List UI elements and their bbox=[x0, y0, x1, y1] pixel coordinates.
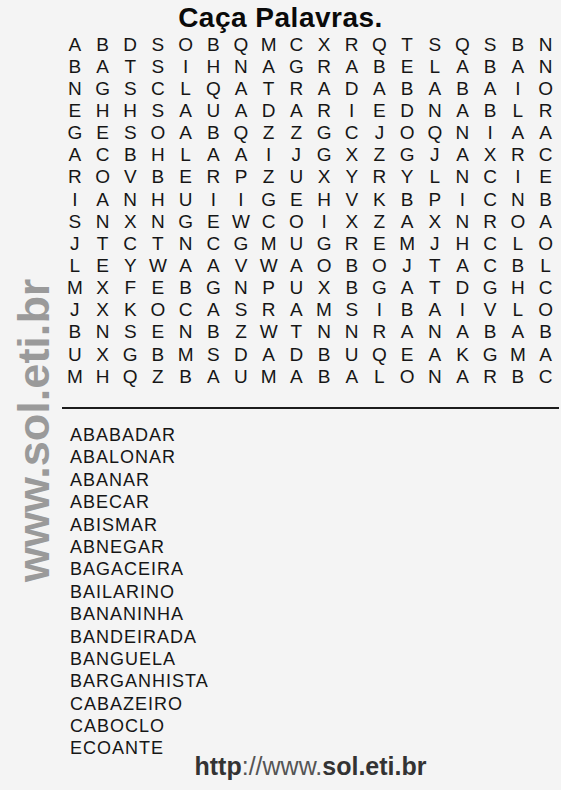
grid-cell-r6c4: H bbox=[144, 144, 172, 166]
grid-cell-r13c4: O bbox=[144, 299, 172, 321]
grid-cell-r11c10: O bbox=[310, 254, 338, 276]
grid-cell-r13c9: A bbox=[283, 299, 311, 321]
grid-cell-r13c7: S bbox=[227, 299, 255, 321]
grid-cell-r9c13: A bbox=[393, 210, 421, 232]
grid-cell-r5c8: Z bbox=[255, 122, 283, 144]
grid-cell-r9c18: A bbox=[532, 210, 560, 232]
grid-cell-r11c14: T bbox=[421, 254, 449, 276]
side-watermark: www.sol.eti.br bbox=[8, 279, 60, 582]
grid-cell-r7c16: C bbox=[476, 166, 504, 188]
grid-cell-r9c1: S bbox=[61, 210, 89, 232]
grid-cell-r7c6: R bbox=[199, 166, 227, 188]
grid-cell-r1c7: Q bbox=[227, 33, 255, 55]
grid-cell-r13c1: J bbox=[61, 299, 89, 321]
footer-url: http://www.sol.eti.br bbox=[62, 752, 559, 781]
grid-cell-r3c18: O bbox=[532, 77, 560, 99]
grid-cell-r13c18: O bbox=[532, 299, 560, 321]
grid-cell-r1c9: C bbox=[283, 33, 311, 55]
grid-cell-r8c12: K bbox=[366, 188, 394, 210]
grid-cell-r8c5: U bbox=[172, 188, 200, 210]
grid-cell-r1c6: B bbox=[199, 33, 227, 55]
grid-cell-r4c2: H bbox=[89, 99, 117, 121]
grid-cell-r16c2: H bbox=[89, 365, 117, 387]
grid-cell-r2c10: R bbox=[310, 55, 338, 77]
grid-cell-r4c14: N bbox=[421, 99, 449, 121]
word-list-item: ABECAR bbox=[70, 491, 209, 513]
grid-cell-r15c4: B bbox=[144, 343, 172, 365]
grid-cell-r6c11: X bbox=[338, 144, 366, 166]
grid-cell-r15c3: G bbox=[116, 343, 144, 365]
page-title: Caça Palavras. bbox=[0, 2, 561, 34]
grid-cell-r15c1: U bbox=[61, 343, 89, 365]
grid-cell-r11c1: L bbox=[61, 254, 89, 276]
grid-cell-r10c1: J bbox=[61, 232, 89, 254]
grid-cell-r3c12: A bbox=[366, 77, 394, 99]
grid-cell-r6c18: C bbox=[532, 144, 560, 166]
grid-cell-r12c3: F bbox=[116, 277, 144, 299]
grid-cell-r1c11: R bbox=[338, 33, 366, 55]
grid-cell-r4c6: U bbox=[199, 99, 227, 121]
grid-cell-r16c5: B bbox=[172, 365, 200, 387]
grid-cell-r12c14: T bbox=[421, 277, 449, 299]
grid-cell-r15c9: D bbox=[283, 343, 311, 365]
word-list-item: BANGUELA bbox=[70, 648, 209, 670]
grid-cell-r6c12: Z bbox=[366, 144, 394, 166]
word-list-item: ABANAR bbox=[70, 469, 209, 491]
grid-cell-r3c7: A bbox=[227, 77, 255, 99]
grid-cell-r15c7: D bbox=[227, 343, 255, 365]
grid-cell-r8c1: I bbox=[61, 188, 89, 210]
grid-cell-r14c7: Z bbox=[227, 321, 255, 343]
grid-cell-r16c10: B bbox=[310, 365, 338, 387]
word-list-item: ABABADAR bbox=[70, 424, 209, 446]
grid-cell-r15c15: K bbox=[449, 343, 477, 365]
grid-cell-r2c5: I bbox=[172, 55, 200, 77]
grid-cell-r3c2: G bbox=[89, 77, 117, 99]
grid-cell-r8c8: G bbox=[255, 188, 283, 210]
grid-cell-r13c10: M bbox=[310, 299, 338, 321]
grid-cell-r10c10: G bbox=[310, 232, 338, 254]
grid-cell-r7c10: X bbox=[310, 166, 338, 188]
grid-cell-r8c18: B bbox=[532, 188, 560, 210]
grid-cell-r14c9: T bbox=[283, 321, 311, 343]
grid-cell-r2c12: B bbox=[366, 55, 394, 77]
grid-cell-r5c15: N bbox=[449, 122, 477, 144]
grid-cell-r1c16: S bbox=[476, 33, 504, 55]
grid-cell-r8c2: A bbox=[89, 188, 117, 210]
grid-cell-r15c14: A bbox=[421, 343, 449, 365]
grid-cell-r11c4: W bbox=[144, 254, 172, 276]
grid-cell-r12c8: P bbox=[255, 277, 283, 299]
grid-cell-r13c11: S bbox=[338, 299, 366, 321]
grid-cell-r10c12: E bbox=[366, 232, 394, 254]
grid-cell-r11c3: Y bbox=[116, 254, 144, 276]
grid-cell-r12c1: M bbox=[61, 277, 89, 299]
grid-cell-r2c18: N bbox=[532, 55, 560, 77]
grid-cell-r8c11: V bbox=[338, 188, 366, 210]
grid-cell-r1c1: A bbox=[61, 33, 89, 55]
grid-cell-r16c1: M bbox=[61, 365, 89, 387]
grid-cell-r16c9: A bbox=[283, 365, 311, 387]
grid-cell-r4c16: B bbox=[476, 99, 504, 121]
grid-cell-r5c18: A bbox=[532, 122, 560, 144]
grid-cell-r8c17: N bbox=[504, 188, 532, 210]
grid-cell-r11c6: A bbox=[199, 254, 227, 276]
grid-cell-r14c4: E bbox=[144, 321, 172, 343]
grid-cell-r11c12: O bbox=[366, 254, 394, 276]
grid-cell-r5c5: A bbox=[172, 122, 200, 144]
grid-cell-r15c6: S bbox=[199, 343, 227, 365]
grid-cell-r10c8: M bbox=[255, 232, 283, 254]
word-list-item: BAGACEIRA bbox=[70, 558, 209, 580]
grid-cell-r12c12: G bbox=[366, 277, 394, 299]
grid-cell-r16c18: C bbox=[532, 365, 560, 387]
grid-cell-r8c6: I bbox=[199, 188, 227, 210]
grid-cell-r11c18: L bbox=[532, 254, 560, 276]
grid-cell-r4c11: I bbox=[338, 99, 366, 121]
grid-cell-r11c5: A bbox=[172, 254, 200, 276]
grid-cell-r1c12: Q bbox=[366, 33, 394, 55]
grid-cell-r2c16: B bbox=[476, 55, 504, 77]
grid-cell-r13c6: A bbox=[199, 299, 227, 321]
grid-cell-r4c15: A bbox=[449, 99, 477, 121]
word-list-item: CABOCLO bbox=[70, 715, 209, 737]
grid-cell-r10c9: U bbox=[283, 232, 311, 254]
grid-cell-r8c9: E bbox=[283, 188, 311, 210]
grid-cell-r8c10: H bbox=[310, 188, 338, 210]
grid-cell-r10c15: H bbox=[449, 232, 477, 254]
word-list-item: BANANINHA bbox=[70, 603, 209, 625]
grid-cell-r4c17: L bbox=[504, 99, 532, 121]
grid-cell-r15c13: E bbox=[393, 343, 421, 365]
grid-cell-r12c16: G bbox=[476, 277, 504, 299]
grid-cell-r14c10: N bbox=[310, 321, 338, 343]
grid-cell-r4c4: S bbox=[144, 99, 172, 121]
grid-cell-r13c14: A bbox=[421, 299, 449, 321]
grid-cell-r12c9: U bbox=[283, 277, 311, 299]
grid-cell-r15c8: A bbox=[255, 343, 283, 365]
grid-cell-r16c6: A bbox=[199, 365, 227, 387]
grid-cell-r14c17: A bbox=[504, 321, 532, 343]
grid-cell-r9c16: R bbox=[476, 210, 504, 232]
grid-cell-r15c11: U bbox=[338, 343, 366, 365]
grid-cell-r3c14: A bbox=[421, 77, 449, 99]
grid-cell-r2c17: A bbox=[504, 55, 532, 77]
grid-cell-r4c8: D bbox=[255, 99, 283, 121]
grid-cell-r14c5: N bbox=[172, 321, 200, 343]
grid-cell-r10c3: C bbox=[116, 232, 144, 254]
word-list-item: BARGANHISTA bbox=[70, 670, 209, 692]
grid-cell-r15c18: A bbox=[532, 343, 560, 365]
grid-cell-r6c3: B bbox=[116, 144, 144, 166]
grid-cell-r13c2: X bbox=[89, 299, 117, 321]
grid-cell-r15c12: Q bbox=[366, 343, 394, 365]
grid-cell-r13c5: C bbox=[172, 299, 200, 321]
grid-cell-r5c17: A bbox=[504, 122, 532, 144]
grid-cell-r4c3: H bbox=[116, 99, 144, 121]
grid-cell-r16c17: B bbox=[504, 365, 532, 387]
grid-cell-r7c15: N bbox=[449, 166, 477, 188]
grid-cell-r13c16: V bbox=[476, 299, 504, 321]
grid-cell-r9c11: X bbox=[338, 210, 366, 232]
grid-cell-r4c7: A bbox=[227, 99, 255, 121]
grid-cell-r15c16: G bbox=[476, 343, 504, 365]
grid-cell-r14c15: A bbox=[449, 321, 477, 343]
grid-cell-r7c1: R bbox=[61, 166, 89, 188]
grid-cell-r2c14: L bbox=[421, 55, 449, 77]
grid-cell-r1c17: B bbox=[504, 33, 532, 55]
grid-cell-r7c12: R bbox=[366, 166, 394, 188]
word-search-grid: ABDSOBQMCXRQTSQSBNBATSIHNAGRABELABANNGSC… bbox=[61, 33, 559, 387]
grid-cell-r14c2: N bbox=[89, 321, 117, 343]
grid-cell-r8c4: H bbox=[144, 188, 172, 210]
divider-line bbox=[62, 407, 559, 409]
grid-cell-r10c13: M bbox=[393, 232, 421, 254]
grid-cell-r1c5: O bbox=[172, 33, 200, 55]
grid-cell-r15c17: M bbox=[504, 343, 532, 365]
grid-cell-r12c2: X bbox=[89, 277, 117, 299]
grid-cell-r16c16: R bbox=[476, 365, 504, 387]
grid-cell-r12c6: G bbox=[199, 277, 227, 299]
word-list-item: ABNEGAR bbox=[70, 536, 209, 558]
grid-cell-r9c10: I bbox=[310, 210, 338, 232]
grid-cell-r3c11: D bbox=[338, 77, 366, 99]
grid-cell-r5c1: G bbox=[61, 122, 89, 144]
grid-cell-r10c5: N bbox=[172, 232, 200, 254]
grid-cell-r10c7: G bbox=[227, 232, 255, 254]
grid-cell-r9c5: G bbox=[172, 210, 200, 232]
grid-cell-r5c13: O bbox=[393, 122, 421, 144]
grid-cell-r9c15: N bbox=[449, 210, 477, 232]
grid-cell-r6c7: A bbox=[227, 144, 255, 166]
grid-cell-r10c11: R bbox=[338, 232, 366, 254]
grid-cell-r16c11: A bbox=[338, 365, 366, 387]
grid-cell-r16c3: Q bbox=[116, 365, 144, 387]
grid-cell-r16c7: U bbox=[227, 365, 255, 387]
grid-cell-r13c13: B bbox=[393, 299, 421, 321]
grid-cell-r2c1: B bbox=[61, 55, 89, 77]
grid-cell-r2c7: N bbox=[227, 55, 255, 77]
grid-cell-r2c4: S bbox=[144, 55, 172, 77]
grid-cell-r1c4: S bbox=[144, 33, 172, 55]
grid-cell-r14c18: B bbox=[532, 321, 560, 343]
grid-cell-r6c5: L bbox=[172, 144, 200, 166]
grid-cell-r2c13: E bbox=[393, 55, 421, 77]
grid-cell-r15c5: M bbox=[172, 343, 200, 365]
grid-cell-r9c3: X bbox=[116, 210, 144, 232]
grid-cell-r11c17: B bbox=[504, 254, 532, 276]
grid-cell-r5c6: B bbox=[199, 122, 227, 144]
grid-cell-r7c13: Y bbox=[393, 166, 421, 188]
grid-cell-r9c12: Z bbox=[366, 210, 394, 232]
grid-cell-r2c11: A bbox=[338, 55, 366, 77]
grid-cell-r14c3: S bbox=[116, 321, 144, 343]
grid-cell-r11c8: W bbox=[255, 254, 283, 276]
grid-cell-r8c7: I bbox=[227, 188, 255, 210]
grid-cell-r5c2: E bbox=[89, 122, 117, 144]
grid-cell-r8c15: I bbox=[449, 188, 477, 210]
grid-cell-r9c6: E bbox=[199, 210, 227, 232]
grid-cell-r10c16: C bbox=[476, 232, 504, 254]
grid-cell-r6c13: G bbox=[393, 144, 421, 166]
grid-cell-r16c15: A bbox=[449, 365, 477, 387]
grid-cell-r3c3: S bbox=[116, 77, 144, 99]
grid-cell-r6c1: A bbox=[61, 144, 89, 166]
grid-cell-r13c15: I bbox=[449, 299, 477, 321]
word-list: ABABADARABALONARABANARABECARABISMARABNEG… bbox=[70, 424, 209, 760]
grid-cell-r9c2: N bbox=[89, 210, 117, 232]
grid-cell-r5c12: J bbox=[366, 122, 394, 144]
grid-cell-r1c10: X bbox=[310, 33, 338, 55]
grid-cell-r3c13: B bbox=[393, 77, 421, 99]
grid-cell-r12c15: D bbox=[449, 277, 477, 299]
grid-cell-r14c12: R bbox=[366, 321, 394, 343]
grid-cell-r3c15: B bbox=[449, 77, 477, 99]
grid-cell-r7c8: Z bbox=[255, 166, 283, 188]
grid-cell-r11c9: A bbox=[283, 254, 311, 276]
grid-cell-r6c2: C bbox=[89, 144, 117, 166]
word-list-item: ABALONAR bbox=[70, 446, 209, 468]
footer-url-domain: sol.eti.br bbox=[322, 752, 426, 780]
grid-cell-r2c2: A bbox=[89, 55, 117, 77]
grid-cell-r8c3: N bbox=[116, 188, 144, 210]
grid-cell-r4c9: A bbox=[283, 99, 311, 121]
grid-cell-r14c11: N bbox=[338, 321, 366, 343]
grid-cell-r9c7: W bbox=[227, 210, 255, 232]
grid-cell-r15c10: B bbox=[310, 343, 338, 365]
grid-cell-r3c17: I bbox=[504, 77, 532, 99]
grid-cell-r3c8: T bbox=[255, 77, 283, 99]
grid-cell-r6c14: J bbox=[421, 144, 449, 166]
grid-cell-r12c10: X bbox=[310, 277, 338, 299]
grid-cell-r7c2: O bbox=[89, 166, 117, 188]
grid-cell-r14c14: N bbox=[421, 321, 449, 343]
grid-cell-r4c18: R bbox=[532, 99, 560, 121]
grid-cell-r5c3: S bbox=[116, 122, 144, 144]
grid-cell-r14c13: A bbox=[393, 321, 421, 343]
grid-cell-r3c1: N bbox=[61, 77, 89, 99]
grid-cell-r9c14: X bbox=[421, 210, 449, 232]
grid-cell-r1c13: T bbox=[393, 33, 421, 55]
grid-cell-r11c11: B bbox=[338, 254, 366, 276]
grid-cell-r12c7: N bbox=[227, 277, 255, 299]
word-list-item: ABISMAR bbox=[70, 514, 209, 536]
grid-cell-r6c8: I bbox=[255, 144, 283, 166]
grid-cell-r1c8: M bbox=[255, 33, 283, 55]
grid-cell-r13c8: R bbox=[255, 299, 283, 321]
grid-cell-r13c12: I bbox=[366, 299, 394, 321]
grid-cell-r10c4: T bbox=[144, 232, 172, 254]
grid-cell-r10c6: C bbox=[199, 232, 227, 254]
word-list-item: CABAZEIRO bbox=[70, 693, 209, 715]
grid-cell-r4c1: E bbox=[61, 99, 89, 121]
grid-cell-r10c17: L bbox=[504, 232, 532, 254]
grid-cell-r6c16: X bbox=[476, 144, 504, 166]
grid-cell-r12c17: H bbox=[504, 277, 532, 299]
grid-cell-r14c8: W bbox=[255, 321, 283, 343]
grid-cell-r6c10: G bbox=[310, 144, 338, 166]
grid-cell-r2c9: G bbox=[283, 55, 311, 77]
grid-cell-r8c13: B bbox=[393, 188, 421, 210]
grid-cell-r10c18: O bbox=[532, 232, 560, 254]
grid-cell-r5c7: Q bbox=[227, 122, 255, 144]
grid-cell-r5c10: G bbox=[310, 122, 338, 144]
grid-cell-r2c3: T bbox=[116, 55, 144, 77]
grid-cell-r3c6: Q bbox=[199, 77, 227, 99]
grid-cell-r12c5: B bbox=[172, 277, 200, 299]
grid-cell-r3c5: L bbox=[172, 77, 200, 99]
grid-cell-r7c7: P bbox=[227, 166, 255, 188]
grid-cell-r4c10: R bbox=[310, 99, 338, 121]
grid-cell-r14c6: B bbox=[199, 321, 227, 343]
grid-cell-r7c11: Y bbox=[338, 166, 366, 188]
grid-cell-r9c9: O bbox=[283, 210, 311, 232]
grid-cell-r4c12: E bbox=[366, 99, 394, 121]
grid-cell-r7c14: L bbox=[421, 166, 449, 188]
grid-cell-r8c16: C bbox=[476, 188, 504, 210]
grid-cell-r2c8: A bbox=[255, 55, 283, 77]
grid-cell-r1c15: Q bbox=[449, 33, 477, 55]
grid-cell-r7c9: U bbox=[283, 166, 311, 188]
grid-cell-r1c14: S bbox=[421, 33, 449, 55]
grid-cell-r12c18: C bbox=[532, 277, 560, 299]
grid-cell-r13c3: K bbox=[116, 299, 144, 321]
grid-cell-r5c11: C bbox=[338, 122, 366, 144]
grid-cell-r16c4: Z bbox=[144, 365, 172, 387]
grid-cell-r6c17: R bbox=[504, 144, 532, 166]
grid-cell-r14c1: B bbox=[61, 321, 89, 343]
grid-cell-r16c13: O bbox=[393, 365, 421, 387]
grid-cell-r11c13: J bbox=[393, 254, 421, 276]
grid-cell-r9c4: N bbox=[144, 210, 172, 232]
word-list-item: BANDEIRADA bbox=[70, 626, 209, 648]
grid-cell-r16c12: L bbox=[366, 365, 394, 387]
grid-cell-r5c4: O bbox=[144, 122, 172, 144]
word-list-item: BAILARINO bbox=[70, 581, 209, 603]
grid-cell-r11c2: E bbox=[89, 254, 117, 276]
grid-cell-r12c11: B bbox=[338, 277, 366, 299]
grid-cell-r5c9: Z bbox=[283, 122, 311, 144]
grid-cell-r16c8: M bbox=[255, 365, 283, 387]
grid-cell-r2c15: A bbox=[449, 55, 477, 77]
grid-cell-r6c6: A bbox=[199, 144, 227, 166]
grid-cell-r1c3: D bbox=[116, 33, 144, 55]
grid-cell-r15c2: X bbox=[89, 343, 117, 365]
grid-cell-r5c16: I bbox=[476, 122, 504, 144]
grid-cell-r11c7: V bbox=[227, 254, 255, 276]
grid-cell-r7c5: E bbox=[172, 166, 200, 188]
grid-cell-r10c2: T bbox=[89, 232, 117, 254]
grid-cell-r4c5: A bbox=[172, 99, 200, 121]
grid-cell-r8c14: P bbox=[421, 188, 449, 210]
footer-url-protocol: http bbox=[195, 752, 242, 780]
grid-cell-r1c2: B bbox=[89, 33, 117, 55]
grid-cell-r3c9: R bbox=[283, 77, 311, 99]
grid-cell-r13c17: L bbox=[504, 299, 532, 321]
grid-cell-r7c3: V bbox=[116, 166, 144, 188]
grid-cell-r3c4: C bbox=[144, 77, 172, 99]
grid-cell-r16c14: N bbox=[421, 365, 449, 387]
grid-cell-r10c14: J bbox=[421, 232, 449, 254]
grid-cell-r3c16: A bbox=[476, 77, 504, 99]
grid-cell-r9c8: C bbox=[255, 210, 283, 232]
footer-url-separator: ://www. bbox=[242, 752, 323, 780]
grid-cell-r7c18: E bbox=[532, 166, 560, 188]
grid-cell-r11c16: C bbox=[476, 254, 504, 276]
grid-cell-r3c10: A bbox=[310, 77, 338, 99]
grid-cell-r7c17: I bbox=[504, 166, 532, 188]
grid-cell-r4c13: D bbox=[393, 99, 421, 121]
